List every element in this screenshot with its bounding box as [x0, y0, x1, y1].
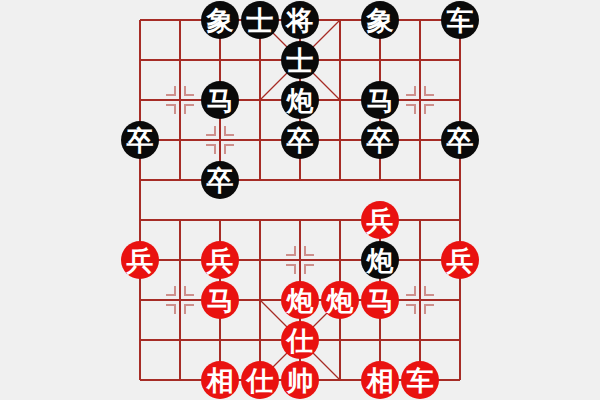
piece-red-cannon-e3[interactable]: 炮 [281, 281, 319, 319]
piece-red-advisor-d1[interactable]: 仕 [241, 361, 279, 399]
xiangqi-board: 象士将象车士马炮马卒卒卒卒卒兵兵兵炮兵马炮炮马仕相仕帅相车 [0, 0, 600, 400]
piece-red-soldier-c4[interactable]: 兵 [201, 241, 239, 279]
piece-black-horse-c8[interactable]: 马 [201, 81, 239, 119]
piece-red-horse-c3[interactable]: 马 [201, 281, 239, 319]
piece-red-general-e1[interactable]: 帅 [281, 361, 319, 399]
piece-red-advisor-e2[interactable]: 仕 [281, 321, 319, 359]
piece-black-soldier-e7[interactable]: 卒 [281, 121, 319, 159]
piece-black-chariot-i10[interactable]: 车 [441, 1, 479, 39]
piece-red-soldier-a4[interactable]: 兵 [121, 241, 159, 279]
piece-black-elephant-c10[interactable]: 象 [201, 1, 239, 39]
piece-black-cannon-e8[interactable]: 炮 [281, 81, 319, 119]
piece-black-soldier-i7[interactable]: 卒 [441, 121, 479, 159]
piece-red-horse-g3[interactable]: 马 [361, 281, 399, 319]
piece-black-elephant-g10[interactable]: 象 [361, 1, 399, 39]
piece-red-cannon-f3[interactable]: 炮 [321, 281, 359, 319]
piece-red-chariot-h1[interactable]: 车 [401, 361, 439, 399]
piece-black-horse-g8[interactable]: 马 [361, 81, 399, 119]
piece-black-soldier-c6[interactable]: 卒 [201, 161, 239, 199]
piece-red-soldier-i4[interactable]: 兵 [441, 241, 479, 279]
piece-black-advisor-e9[interactable]: 士 [281, 41, 319, 79]
piece-red-soldier-g5[interactable]: 兵 [361, 201, 399, 239]
piece-black-soldier-g7[interactable]: 卒 [361, 121, 399, 159]
piece-black-cannon-g4[interactable]: 炮 [361, 241, 399, 279]
piece-red-elephant-g1[interactable]: 相 [361, 361, 399, 399]
piece-black-advisor-d10[interactable]: 士 [241, 1, 279, 39]
piece-red-elephant-c1[interactable]: 相 [201, 361, 239, 399]
piece-black-general-e10[interactable]: 将 [281, 1, 319, 39]
piece-black-soldier-a7[interactable]: 卒 [121, 121, 159, 159]
